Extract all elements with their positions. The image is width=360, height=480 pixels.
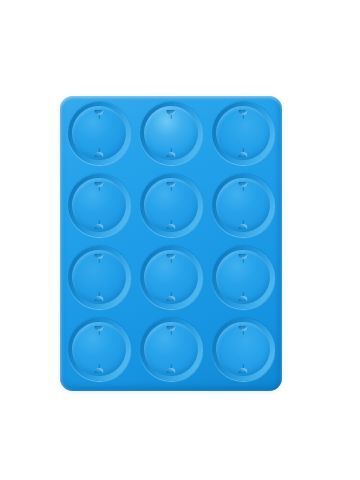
cavity-floor — [216, 178, 270, 232]
hole-pin-bottom — [95, 296, 104, 301]
mold-cell — [135, 313, 207, 385]
hole-pin-top — [167, 254, 176, 259]
hole-pin-bottom — [239, 296, 248, 301]
cavity-floor — [216, 322, 270, 376]
mold-cell — [207, 97, 279, 169]
mold-cell — [135, 97, 207, 169]
mold-cavity — [68, 102, 131, 165]
hole-pin-top — [239, 110, 248, 115]
cavity-floor — [144, 178, 198, 232]
mold-cavity — [212, 102, 275, 165]
mold-cell — [63, 97, 135, 169]
hole-pin-top — [95, 182, 104, 187]
mold-cell — [207, 313, 279, 385]
hole-pin-bottom — [167, 224, 176, 229]
hole-pin-bottom — [167, 368, 176, 373]
mold-cavity — [68, 246, 131, 309]
hole-pin-bottom — [95, 224, 104, 229]
mold-cell — [63, 169, 135, 241]
cavity-floor — [72, 250, 126, 304]
cavity-floor — [144, 322, 198, 376]
cavity-grid — [60, 96, 282, 391]
hole-pin-top — [239, 254, 248, 259]
hole-pin-top — [167, 110, 176, 115]
mold-cavity — [140, 246, 203, 309]
hole-pin-top — [239, 326, 248, 331]
hole-pin-bottom — [95, 152, 104, 157]
mold-cavity — [212, 246, 275, 309]
cavity-floor — [72, 322, 126, 376]
mold-cell — [207, 169, 279, 241]
mold-cell — [135, 169, 207, 241]
mold-cavity — [212, 174, 275, 237]
hole-pin-bottom — [239, 152, 248, 157]
hole-pin-top — [95, 326, 104, 331]
cavity-floor — [144, 250, 198, 304]
hole-pin-bottom — [167, 296, 176, 301]
mold-cavity — [140, 174, 203, 237]
hole-pin-bottom — [239, 368, 248, 373]
cavity-floor — [72, 106, 126, 160]
cavity-floor — [216, 106, 270, 160]
mold-cell — [63, 241, 135, 313]
mold-cell — [135, 241, 207, 313]
cavity-floor — [72, 178, 126, 232]
hole-pin-top — [167, 182, 176, 187]
mold-cavity — [68, 318, 131, 381]
hole-pin-top — [167, 326, 176, 331]
silicone-mold-tray — [60, 96, 282, 391]
mold-cell — [207, 241, 279, 313]
cavity-floor — [144, 106, 198, 160]
mold-cavity — [140, 102, 203, 165]
photo-background — [0, 0, 360, 480]
hole-pin-bottom — [167, 152, 176, 157]
mold-cavity — [212, 318, 275, 381]
hole-pin-top — [239, 182, 248, 187]
mold-cell — [63, 313, 135, 385]
cavity-floor — [216, 250, 270, 304]
hole-pin-bottom — [95, 368, 104, 373]
hole-pin-top — [95, 110, 104, 115]
hole-pin-top — [95, 254, 104, 259]
hole-pin-bottom — [239, 224, 248, 229]
mold-cavity — [140, 318, 203, 381]
mold-cavity — [68, 174, 131, 237]
